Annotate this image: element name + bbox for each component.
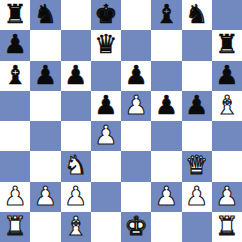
piece-white-queen: ♛	[185, 152, 208, 178]
piece-black-knight: ♞	[34, 1, 57, 27]
piece-white-pawn: ♟	[94, 122, 117, 148]
square-b6[interactable]: ♟	[30, 61, 60, 91]
square-h6[interactable]: ♟	[212, 61, 242, 91]
square-g2[interactable]: ♟	[182, 182, 212, 212]
square-g8[interactable]: ♞	[182, 0, 212, 30]
piece-black-pawn: ♟	[185, 92, 208, 118]
square-e2[interactable]	[121, 182, 151, 212]
square-c6[interactable]: ♟	[61, 61, 91, 91]
square-e1[interactable]: ♚	[121, 212, 151, 242]
square-d3[interactable]	[91, 151, 121, 181]
square-f6[interactable]	[151, 61, 181, 91]
square-f8[interactable]: ♝	[151, 0, 181, 30]
square-a1[interactable]: ♜	[0, 212, 30, 242]
square-e5[interactable]: ♟	[121, 91, 151, 121]
square-h7[interactable]: ♜	[212, 30, 242, 60]
square-b2[interactable]: ♟	[30, 182, 60, 212]
square-f2[interactable]: ♟	[151, 182, 181, 212]
square-h2[interactable]: ♟	[212, 182, 242, 212]
square-a8[interactable]: ♜	[0, 0, 30, 30]
piece-black-rook: ♜	[215, 31, 238, 57]
square-c8[interactable]	[61, 0, 91, 30]
piece-black-pawn: ♟	[155, 92, 178, 118]
square-d8[interactable]: ♚	[91, 0, 121, 30]
square-e6[interactable]: ♟	[121, 61, 151, 91]
square-a6[interactable]: ♝	[0, 61, 30, 91]
square-f1[interactable]	[151, 212, 181, 242]
piece-white-knight: ♞	[64, 152, 87, 178]
square-c1[interactable]: ♝	[61, 212, 91, 242]
piece-white-pawn: ♟	[34, 183, 57, 209]
piece-black-bishop: ♝	[155, 1, 178, 27]
piece-white-pawn: ♟	[185, 183, 208, 209]
piece-black-knight: ♞	[185, 1, 208, 27]
piece-white-bishop: ♝	[215, 92, 238, 118]
piece-white-pawn: ♟	[155, 183, 178, 209]
piece-white-rook: ♜	[3, 213, 26, 239]
piece-black-rook: ♜	[3, 1, 26, 27]
square-a7[interactable]: ♟	[0, 30, 30, 60]
chess-board: ♜♞♚♝♞♟♛♜♝♟♟♟♟♟♟♟♟♝♟♞♛♟♟♟♟♟♟♜♝♚♜	[0, 0, 242, 242]
square-h8[interactable]	[212, 0, 242, 30]
piece-black-bishop: ♝	[3, 62, 26, 88]
square-d7[interactable]: ♛	[91, 30, 121, 60]
square-d5[interactable]: ♟	[91, 91, 121, 121]
square-d2[interactable]	[91, 182, 121, 212]
piece-black-pawn: ♟	[94, 92, 117, 118]
square-e4[interactable]	[121, 121, 151, 151]
piece-white-pawn: ♟	[3, 183, 26, 209]
square-h4[interactable]	[212, 121, 242, 151]
square-d1[interactable]	[91, 212, 121, 242]
piece-white-king: ♚	[124, 213, 147, 239]
square-f4[interactable]	[151, 121, 181, 151]
piece-white-pawn: ♟	[124, 92, 147, 118]
piece-black-pawn: ♟	[34, 62, 57, 88]
square-g1[interactable]	[182, 212, 212, 242]
square-d6[interactable]	[91, 61, 121, 91]
piece-white-bishop: ♝	[64, 213, 87, 239]
square-e7[interactable]	[121, 30, 151, 60]
square-g4[interactable]	[182, 121, 212, 151]
piece-black-king: ♚	[94, 1, 117, 27]
square-c7[interactable]	[61, 30, 91, 60]
square-f3[interactable]	[151, 151, 181, 181]
square-h5[interactable]: ♝	[212, 91, 242, 121]
square-a2[interactable]: ♟	[0, 182, 30, 212]
square-a3[interactable]	[0, 151, 30, 181]
piece-black-pawn: ♟	[124, 62, 147, 88]
square-c4[interactable]	[61, 121, 91, 151]
square-c3[interactable]: ♞	[61, 151, 91, 181]
square-f5[interactable]: ♟	[151, 91, 181, 121]
piece-black-pawn: ♟	[215, 62, 238, 88]
piece-white-pawn: ♟	[64, 183, 87, 209]
square-c5[interactable]	[61, 91, 91, 121]
square-b1[interactable]	[30, 212, 60, 242]
square-h3[interactable]	[212, 151, 242, 181]
square-g3[interactable]: ♛	[182, 151, 212, 181]
square-f7[interactable]	[151, 30, 181, 60]
square-a4[interactable]	[0, 121, 30, 151]
square-e3[interactable]	[121, 151, 151, 181]
square-e8[interactable]	[121, 0, 151, 30]
square-g5[interactable]: ♟	[182, 91, 212, 121]
piece-black-pawn: ♟	[3, 31, 26, 57]
square-b8[interactable]: ♞	[30, 0, 60, 30]
piece-white-rook: ♜	[215, 213, 238, 239]
square-c2[interactable]: ♟	[61, 182, 91, 212]
square-a5[interactable]	[0, 91, 30, 121]
square-b3[interactable]	[30, 151, 60, 181]
piece-black-pawn: ♟	[64, 62, 87, 88]
piece-black-queen: ♛	[94, 31, 117, 57]
square-b7[interactable]	[30, 30, 60, 60]
square-g6[interactable]	[182, 61, 212, 91]
square-h1[interactable]: ♜	[212, 212, 242, 242]
square-b4[interactable]	[30, 121, 60, 151]
square-b5[interactable]	[30, 91, 60, 121]
square-g7[interactable]	[182, 30, 212, 60]
square-d4[interactable]: ♟	[91, 121, 121, 151]
piece-white-pawn: ♟	[215, 183, 238, 209]
